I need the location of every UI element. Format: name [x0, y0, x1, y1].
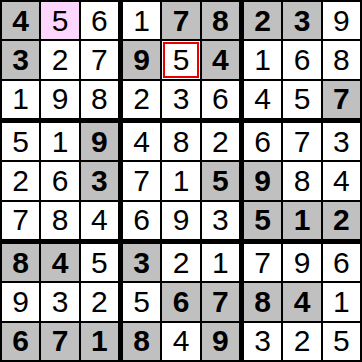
sudoku-cell-r4c5[interactable]: 8 [162, 123, 199, 160]
sudoku-cell-r6c1[interactable]: 7 [2, 202, 39, 239]
sudoku-cell-r9c5[interactable]: 4 [162, 323, 199, 360]
sudoku-cell-r4c9[interactable]: 3 [323, 123, 360, 160]
sudoku-cell-r2c7[interactable]: 1 [244, 41, 281, 78]
sudoku-cell-r4c7[interactable]: 6 [244, 123, 281, 160]
sudoku-cell-r2c5[interactable]: 5 [162, 41, 199, 78]
sudoku-cell-r9c3[interactable]: 1 [81, 323, 118, 360]
sudoku-cell-r6c8[interactable]: 1 [283, 202, 320, 239]
sudoku-cell-r6c6[interactable]: 3 [202, 202, 239, 239]
sudoku-cell-r3c2[interactable]: 9 [41, 81, 78, 118]
sudoku-cell-r1c4[interactable]: 1 [123, 2, 160, 39]
sudoku-box-4: 519263784 [2, 123, 118, 239]
sudoku-cell-r6c9[interactable]: 2 [323, 202, 360, 239]
sudoku-cell-r5c1[interactable]: 2 [2, 162, 39, 199]
sudoku-cell-r6c7[interactable]: 5 [244, 202, 281, 239]
sudoku-cell-r7c5[interactable]: 2 [162, 244, 199, 281]
sudoku-cell-r8c5[interactable]: 6 [162, 283, 199, 320]
sudoku-box-8: 321567849 [123, 244, 239, 360]
sudoku-cell-r1c5[interactable]: 7 [162, 2, 199, 39]
sudoku-cell-r4c4[interactable]: 4 [123, 123, 160, 160]
sudoku-cell-r3c5[interactable]: 3 [162, 81, 199, 118]
sudoku-cell-r6c3[interactable]: 4 [81, 202, 118, 239]
sudoku-cell-r9c1[interactable]: 6 [2, 323, 39, 360]
sudoku-cell-r4c8[interactable]: 7 [283, 123, 320, 160]
sudoku-cell-r8c6[interactable]: 7 [202, 283, 239, 320]
sudoku-cell-r1c3[interactable]: 6 [81, 2, 118, 39]
sudoku-cell-r4c3[interactable]: 9 [81, 123, 118, 160]
sudoku-cell-r7c8[interactable]: 9 [283, 244, 320, 281]
sudoku-cell-r8c4[interactable]: 5 [123, 283, 160, 320]
sudoku-cell-r5c5[interactable]: 1 [162, 162, 199, 199]
sudoku-cell-r1c6[interactable]: 8 [202, 2, 239, 39]
sudoku-cell-r2c4[interactable]: 9 [123, 41, 160, 78]
sudoku-cell-r9c2[interactable]: 7 [41, 323, 78, 360]
sudoku-cell-r4c1[interactable]: 5 [2, 123, 39, 160]
sudoku-cell-r7c2[interactable]: 4 [41, 244, 78, 281]
sudoku-cell-r7c7[interactable]: 7 [244, 244, 281, 281]
sudoku-cell-r5c6[interactable]: 5 [202, 162, 239, 199]
sudoku-cell-r1c2[interactable]: 5 [41, 2, 78, 39]
sudoku-cell-r9c9[interactable]: 5 [323, 323, 360, 360]
sudoku-cell-r8c8[interactable]: 4 [283, 283, 320, 320]
sudoku-cell-r5c7[interactable]: 9 [244, 162, 281, 199]
sudoku-cell-r2c8[interactable]: 6 [283, 41, 320, 78]
sudoku-cell-r3c1[interactable]: 1 [2, 81, 39, 118]
sudoku-cell-r9c4[interactable]: 8 [123, 323, 160, 360]
sudoku-board: 4563271981789542362391684575192637844827… [0, 0, 362, 362]
sudoku-box-5: 482715693 [123, 123, 239, 239]
sudoku-box-1: 456327198 [2, 2, 118, 118]
sudoku-cell-r1c9[interactable]: 9 [323, 2, 360, 39]
sudoku-cell-r7c1[interactable]: 8 [2, 244, 39, 281]
sudoku-cell-r9c6[interactable]: 9 [202, 323, 239, 360]
sudoku-cell-r7c4[interactable]: 3 [123, 244, 160, 281]
sudoku-cell-r2c2[interactable]: 2 [41, 41, 78, 78]
sudoku-cell-r8c3[interactable]: 2 [81, 283, 118, 320]
sudoku-cell-r4c2[interactable]: 1 [41, 123, 78, 160]
sudoku-box-9: 796841325 [244, 244, 360, 360]
sudoku-cell-r5c8[interactable]: 8 [283, 162, 320, 199]
sudoku-cell-r8c2[interactable]: 3 [41, 283, 78, 320]
sudoku-cell-r6c2[interactable]: 8 [41, 202, 78, 239]
sudoku-cell-r2c6[interactable]: 4 [202, 41, 239, 78]
sudoku-cell-r5c3[interactable]: 3 [81, 162, 118, 199]
sudoku-box-6: 673984512 [244, 123, 360, 239]
sudoku-cell-r5c2[interactable]: 6 [41, 162, 78, 199]
sudoku-cell-r3c7[interactable]: 4 [244, 81, 281, 118]
sudoku-cell-r2c1[interactable]: 3 [2, 41, 39, 78]
sudoku-box-7: 845932671 [2, 244, 118, 360]
sudoku-cell-r2c3[interactable]: 7 [81, 41, 118, 78]
sudoku-cell-r3c6[interactable]: 6 [202, 81, 239, 118]
sudoku-cell-r9c8[interactable]: 2 [283, 323, 320, 360]
sudoku-cell-r3c9[interactable]: 7 [323, 81, 360, 118]
sudoku-cell-r9c7[interactable]: 3 [244, 323, 281, 360]
sudoku-box-3: 239168457 [244, 2, 360, 118]
sudoku-cell-r7c6[interactable]: 1 [202, 244, 239, 281]
sudoku-cell-r8c9[interactable]: 1 [323, 283, 360, 320]
sudoku-cell-r2c9[interactable]: 8 [323, 41, 360, 78]
sudoku-cell-r8c7[interactable]: 8 [244, 283, 281, 320]
sudoku-cell-r1c1[interactable]: 4 [2, 2, 39, 39]
sudoku-cell-r6c4[interactable]: 6 [123, 202, 160, 239]
sudoku-cell-r4c6[interactable]: 2 [202, 123, 239, 160]
sudoku-box-2: 178954236 [123, 2, 239, 118]
sudoku-cell-r5c9[interactable]: 4 [323, 162, 360, 199]
sudoku-cell-r8c1[interactable]: 9 [2, 283, 39, 320]
sudoku-cell-r1c7[interactable]: 2 [244, 2, 281, 39]
sudoku-cell-r5c4[interactable]: 7 [123, 162, 160, 199]
sudoku-cell-r3c8[interactable]: 5 [283, 81, 320, 118]
sudoku-cell-r7c9[interactable]: 6 [323, 244, 360, 281]
sudoku-cell-r3c4[interactable]: 2 [123, 81, 160, 118]
sudoku-cell-r6c5[interactable]: 9 [162, 202, 199, 239]
sudoku-cell-r1c8[interactable]: 3 [283, 2, 320, 39]
sudoku-cell-r7c3[interactable]: 5 [81, 244, 118, 281]
sudoku-cell-r3c3[interactable]: 8 [81, 81, 118, 118]
